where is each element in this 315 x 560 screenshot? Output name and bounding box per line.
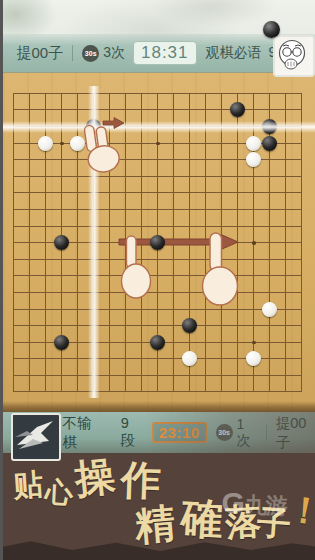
board-cell-N4[interactable] [198, 135, 214, 152]
board-cell-H17[interactable] [118, 351, 134, 368]
board-cell-S12[interactable] [278, 268, 294, 285]
board-cell-H2[interactable] [118, 102, 134, 119]
board-cell-E1[interactable] [70, 85, 86, 102]
board-cell-A4[interactable] [6, 135, 22, 152]
board-cell-D3[interactable] [54, 118, 70, 135]
board-cell-Q5[interactable] [246, 151, 262, 168]
board-cell-M14[interactable] [182, 301, 198, 318]
board-cell-Q9[interactable] [246, 218, 262, 235]
board-cell-K19[interactable] [150, 384, 166, 401]
board-cell-C12[interactable] [38, 268, 54, 285]
board-cell-K1[interactable] [150, 85, 166, 102]
board-cell-F16[interactable] [86, 334, 102, 351]
board-cell-J15[interactable] [134, 317, 150, 334]
board-cell-B16[interactable] [22, 334, 38, 351]
board-cell-O12[interactable] [214, 268, 230, 285]
board-cell-G4[interactable] [102, 135, 118, 152]
board-cell-D9[interactable] [54, 218, 70, 235]
board-cell-P14[interactable] [230, 301, 246, 318]
board-cell-B14[interactable] [22, 301, 38, 318]
board-cell-B3[interactable] [22, 118, 38, 135]
board-cell-K4[interactable] [150, 135, 166, 152]
board-cell-K16[interactable] [150, 334, 166, 351]
board-cell-N15[interactable] [198, 317, 214, 334]
board-cell-C14[interactable] [38, 301, 54, 318]
board-cell-K2[interactable] [150, 102, 166, 119]
board-cell-Q2[interactable] [246, 102, 262, 119]
board-cell-G6[interactable] [102, 168, 118, 185]
board-cell-R9[interactable] [262, 218, 278, 235]
board-cell-O9[interactable] [214, 218, 230, 235]
board-cell-R18[interactable] [262, 367, 278, 384]
board-cell-H1[interactable] [118, 85, 134, 102]
board-cell-M11[interactable] [182, 251, 198, 268]
board-cell-R7[interactable] [262, 185, 278, 202]
board-cell-N2[interactable] [198, 102, 214, 119]
board-cell-E9[interactable] [70, 218, 86, 235]
board-cell-E7[interactable] [70, 185, 86, 202]
board-cell-C7[interactable] [38, 185, 54, 202]
board-cell-G17[interactable] [102, 351, 118, 368]
board-cell-L7[interactable] [166, 185, 182, 202]
board-cell-L14[interactable] [166, 301, 182, 318]
board-cell-H9[interactable] [118, 218, 134, 235]
board-cell-T5[interactable] [294, 151, 310, 168]
board-cell-P18[interactable] [230, 367, 246, 384]
board-cell-R3[interactable] [262, 118, 278, 135]
board-cell-S1[interactable] [278, 85, 294, 102]
board-cell-N19[interactable] [198, 384, 214, 401]
board-cell-L12[interactable] [166, 268, 182, 285]
board-cell-K6[interactable] [150, 168, 166, 185]
board-cell-R13[interactable] [262, 284, 278, 301]
board-cell-Q13[interactable] [246, 284, 262, 301]
board-cell-L16[interactable] [166, 334, 182, 351]
board-cell-P9[interactable] [230, 218, 246, 235]
board-cell-G2[interactable] [102, 102, 118, 119]
board-cell-A8[interactable] [6, 201, 22, 218]
board-cell-S13[interactable] [278, 284, 294, 301]
board-cell-F19[interactable] [86, 384, 102, 401]
board-cell-H12[interactable] [118, 268, 134, 285]
board-cell-G5[interactable] [102, 151, 118, 168]
board-cell-H13[interactable] [118, 284, 134, 301]
board-cell-B15[interactable] [22, 317, 38, 334]
board-cell-O11[interactable] [214, 251, 230, 268]
board-cell-A16[interactable] [6, 334, 22, 351]
board-cell-G11[interactable] [102, 251, 118, 268]
board-cell-S4[interactable] [278, 135, 294, 152]
board-cell-Q1[interactable] [246, 85, 262, 102]
board-cell-G12[interactable] [102, 268, 118, 285]
board-cell-O16[interactable] [214, 334, 230, 351]
board-cell-K10[interactable] [150, 234, 166, 251]
board-cell-E17[interactable] [70, 351, 86, 368]
board-cell-F1[interactable] [86, 85, 102, 102]
board-cell-E13[interactable] [70, 284, 86, 301]
board-cell-F18[interactable] [86, 367, 102, 384]
board-cell-H19[interactable] [118, 384, 134, 401]
board-cell-C9[interactable] [38, 218, 54, 235]
board-cell-N5[interactable] [198, 151, 214, 168]
board-cell-E12[interactable] [70, 268, 86, 285]
board-cell-N18[interactable] [198, 367, 214, 384]
board-cell-O4[interactable] [214, 135, 230, 152]
board-cell-S3[interactable] [278, 118, 294, 135]
board-cell-M1[interactable] [182, 85, 198, 102]
board-cell-J5[interactable] [134, 151, 150, 168]
board-cell-K12[interactable] [150, 268, 166, 285]
board-cell-S17[interactable] [278, 351, 294, 368]
board-cell-B8[interactable] [22, 201, 38, 218]
board-cell-F9[interactable] [86, 218, 102, 235]
board-cell-E2[interactable] [70, 102, 86, 119]
board-cell-M13[interactable] [182, 284, 198, 301]
board-cell-F17[interactable] [86, 351, 102, 368]
board-cell-J2[interactable] [134, 102, 150, 119]
board-cell-E14[interactable] [70, 301, 86, 318]
board-cell-S8[interactable] [278, 201, 294, 218]
board-cell-S15[interactable] [278, 317, 294, 334]
board-cell-M8[interactable] [182, 201, 198, 218]
board-cell-O1[interactable] [214, 85, 230, 102]
board-cell-F7[interactable] [86, 185, 102, 202]
board-cell-D4[interactable] [54, 135, 70, 152]
board-cell-T6[interactable] [294, 168, 310, 185]
board-cell-E16[interactable] [70, 334, 86, 351]
board-cell-N13[interactable] [198, 284, 214, 301]
board-cell-A17[interactable] [6, 351, 22, 368]
board-cell-Q8[interactable] [246, 201, 262, 218]
board-cell-O3[interactable] [214, 118, 230, 135]
board-cell-A5[interactable] [6, 151, 22, 168]
board-cell-Q6[interactable] [246, 168, 262, 185]
board-cell-O2[interactable] [214, 102, 230, 119]
board-cell-B2[interactable] [22, 102, 38, 119]
board-cell-F12[interactable] [86, 268, 102, 285]
board-cell-B19[interactable] [22, 384, 38, 401]
board-cell-S14[interactable] [278, 301, 294, 318]
board-cell-H8[interactable] [118, 201, 134, 218]
board-cell-N1[interactable] [198, 85, 214, 102]
board-cell-T17[interactable] [294, 351, 310, 368]
board-cell-P3[interactable] [230, 118, 246, 135]
player-avatar[interactable] [11, 413, 61, 461]
board-cell-L3[interactable] [166, 118, 182, 135]
board-cell-H4[interactable] [118, 135, 134, 152]
board-cell-J3[interactable] [134, 118, 150, 135]
board-cell-A3[interactable] [6, 118, 22, 135]
board-cell-T14[interactable] [294, 301, 310, 318]
board-cell-L4[interactable] [166, 135, 182, 152]
board-cell-N10[interactable] [198, 234, 214, 251]
board-cell-G3[interactable] [102, 118, 118, 135]
board-cell-M4[interactable] [182, 135, 198, 152]
board-cell-H10[interactable] [118, 234, 134, 251]
board-cell-L2[interactable] [166, 102, 182, 119]
board-cell-H6[interactable] [118, 168, 134, 185]
board-cell-D16[interactable] [54, 334, 70, 351]
board-cell-D5[interactable] [54, 151, 70, 168]
board-cell-L10[interactable] [166, 234, 182, 251]
board-cell-J8[interactable] [134, 201, 150, 218]
board-cell-K13[interactable] [150, 284, 166, 301]
board-cell-R11[interactable] [262, 251, 278, 268]
board-cell-T18[interactable] [294, 367, 310, 384]
board-cell-R16[interactable] [262, 334, 278, 351]
board-cell-P15[interactable] [230, 317, 246, 334]
board-cell-F6[interactable] [86, 168, 102, 185]
board-cell-R10[interactable] [262, 234, 278, 251]
board-cell-L9[interactable] [166, 218, 182, 235]
board-cell-D19[interactable] [54, 384, 70, 401]
board-cell-P13[interactable] [230, 284, 246, 301]
board-cell-S10[interactable] [278, 234, 294, 251]
board-cell-C1[interactable] [38, 85, 54, 102]
board-cell-O15[interactable] [214, 317, 230, 334]
board-cell-N12[interactable] [198, 268, 214, 285]
board-cell-S19[interactable] [278, 384, 294, 401]
board-cell-T1[interactable] [294, 85, 310, 102]
board-cell-F4[interactable] [86, 135, 102, 152]
board-cell-J13[interactable] [134, 284, 150, 301]
board-cell-J1[interactable] [134, 85, 150, 102]
board-cell-B13[interactable] [22, 284, 38, 301]
board-cell-R5[interactable] [262, 151, 278, 168]
board-cell-C4[interactable] [38, 135, 54, 152]
board-cell-N17[interactable] [198, 351, 214, 368]
board-cell-B10[interactable] [22, 234, 38, 251]
board-cell-M18[interactable] [182, 367, 198, 384]
board-cell-K17[interactable] [150, 351, 166, 368]
board-cell-M3[interactable] [182, 118, 198, 135]
board-cell-G15[interactable] [102, 317, 118, 334]
board-cell-P10[interactable] [230, 234, 246, 251]
board-cell-K3[interactable] [150, 118, 166, 135]
board-cell-C8[interactable] [38, 201, 54, 218]
board-cell-Q7[interactable] [246, 185, 262, 202]
board-cell-D8[interactable] [54, 201, 70, 218]
board-cell-B5[interactable] [22, 151, 38, 168]
board-cell-P12[interactable] [230, 268, 246, 285]
board-cell-J9[interactable] [134, 218, 150, 235]
board-cell-B6[interactable] [22, 168, 38, 185]
board-cell-K15[interactable] [150, 317, 166, 334]
board-cell-C10[interactable] [38, 234, 54, 251]
board-cell-N11[interactable] [198, 251, 214, 268]
board-cell-H18[interactable] [118, 367, 134, 384]
board-cell-J18[interactable] [134, 367, 150, 384]
board-cell-O17[interactable] [214, 351, 230, 368]
board-cell-Q4[interactable] [246, 135, 262, 152]
board-cell-J19[interactable] [134, 384, 150, 401]
board-cell-L5[interactable] [166, 151, 182, 168]
board-cell-S2[interactable] [278, 102, 294, 119]
board-cell-Q18[interactable] [246, 367, 262, 384]
board-cell-M10[interactable] [182, 234, 198, 251]
board-cell-C18[interactable] [38, 367, 54, 384]
opponent-avatar[interactable] [273, 35, 315, 77]
board-cell-R2[interactable] [262, 102, 278, 119]
board-cell-S11[interactable] [278, 251, 294, 268]
board-cell-T15[interactable] [294, 317, 310, 334]
board-cell-Q16[interactable] [246, 334, 262, 351]
board-cell-S16[interactable] [278, 334, 294, 351]
board-cell-F8[interactable] [86, 201, 102, 218]
board-cell-M15[interactable] [182, 317, 198, 334]
board-cell-N3[interactable] [198, 118, 214, 135]
board-cell-F10[interactable] [86, 234, 102, 251]
board-cell-E3[interactable] [70, 118, 86, 135]
board-cell-Q15[interactable] [246, 317, 262, 334]
board-cell-E10[interactable] [70, 234, 86, 251]
board-cell-O7[interactable] [214, 185, 230, 202]
board-cell-K11[interactable] [150, 251, 166, 268]
board-cell-P8[interactable] [230, 201, 246, 218]
board-cell-F11[interactable] [86, 251, 102, 268]
board-cell-B12[interactable] [22, 268, 38, 285]
board-cell-M16[interactable] [182, 334, 198, 351]
board-cell-A12[interactable] [6, 268, 22, 285]
board-cell-O5[interactable] [214, 151, 230, 168]
board-cell-A19[interactable] [6, 384, 22, 401]
board-cell-F13[interactable] [86, 284, 102, 301]
board-cell-C6[interactable] [38, 168, 54, 185]
board-cell-J17[interactable] [134, 351, 150, 368]
board-cell-G7[interactable] [102, 185, 118, 202]
board-cell-B17[interactable] [22, 351, 38, 368]
board-cell-Q11[interactable] [246, 251, 262, 268]
board-cell-N9[interactable] [198, 218, 214, 235]
board-cell-L17[interactable] [166, 351, 182, 368]
board-cell-D15[interactable] [54, 317, 70, 334]
board-cell-B1[interactable] [22, 85, 38, 102]
board-cell-D2[interactable] [54, 102, 70, 119]
board-cell-F15[interactable] [86, 317, 102, 334]
board-cell-H3[interactable] [118, 118, 134, 135]
board-cell-L8[interactable] [166, 201, 182, 218]
board-cell-D17[interactable] [54, 351, 70, 368]
board-cell-R15[interactable] [262, 317, 278, 334]
board-cell-L15[interactable] [166, 317, 182, 334]
board-cell-T7[interactable] [294, 185, 310, 202]
board-cell-J6[interactable] [134, 168, 150, 185]
board-cell-L19[interactable] [166, 384, 182, 401]
board-cell-G10[interactable] [102, 234, 118, 251]
board-cell-R1[interactable] [262, 85, 278, 102]
board-cell-E11[interactable] [70, 251, 86, 268]
board-cell-C3[interactable] [38, 118, 54, 135]
board-cell-G18[interactable] [102, 367, 118, 384]
board-cell-C19[interactable] [38, 384, 54, 401]
board-cell-G8[interactable] [102, 201, 118, 218]
board-cell-E19[interactable] [70, 384, 86, 401]
board-cell-T4[interactable] [294, 135, 310, 152]
board-cell-L18[interactable] [166, 367, 182, 384]
board-cell-E6[interactable] [70, 168, 86, 185]
board-cell-S9[interactable] [278, 218, 294, 235]
board-cell-K14[interactable] [150, 301, 166, 318]
board-cell-Q3[interactable] [246, 118, 262, 135]
board-cell-Q14[interactable] [246, 301, 262, 318]
board-cell-R19[interactable] [262, 384, 278, 401]
board-cell-J14[interactable] [134, 301, 150, 318]
board-cell-D1[interactable] [54, 85, 70, 102]
board-cell-N8[interactable] [198, 201, 214, 218]
board-cell-L13[interactable] [166, 284, 182, 301]
board-cell-S7[interactable] [278, 185, 294, 202]
board-cell-C5[interactable] [38, 151, 54, 168]
board-cell-M9[interactable] [182, 218, 198, 235]
board-cell-G19[interactable] [102, 384, 118, 401]
board-cell-T3[interactable] [294, 118, 310, 135]
board-cell-F2[interactable] [86, 102, 102, 119]
board-cell-A9[interactable] [6, 218, 22, 235]
board-cell-D14[interactable] [54, 301, 70, 318]
board-cell-T11[interactable] [294, 251, 310, 268]
board-cell-J11[interactable] [134, 251, 150, 268]
board-cell-N14[interactable] [198, 301, 214, 318]
board-cell-M19[interactable] [182, 384, 198, 401]
board-cell-F3[interactable] [86, 118, 102, 135]
board-cell-A10[interactable] [6, 234, 22, 251]
board-cell-P11[interactable] [230, 251, 246, 268]
board-cell-J16[interactable] [134, 334, 150, 351]
board-cell-A2[interactable] [6, 102, 22, 119]
board-cell-J12[interactable] [134, 268, 150, 285]
board-cell-T13[interactable] [294, 284, 310, 301]
board-cell-T19[interactable] [294, 384, 310, 401]
board-cell-P4[interactable] [230, 135, 246, 152]
board-cell-A13[interactable] [6, 284, 22, 301]
board-cell-K9[interactable] [150, 218, 166, 235]
board-cell-H16[interactable] [118, 334, 134, 351]
board-cell-G9[interactable] [102, 218, 118, 235]
board-cell-N6[interactable] [198, 168, 214, 185]
board-cell-C2[interactable] [38, 102, 54, 119]
board-cell-L11[interactable] [166, 251, 182, 268]
board-cell-A7[interactable] [6, 185, 22, 202]
board-cell-L6[interactable] [166, 168, 182, 185]
board-cell-Q12[interactable] [246, 268, 262, 285]
board-cell-O8[interactable] [214, 201, 230, 218]
board-cell-K7[interactable] [150, 185, 166, 202]
board-cell-A6[interactable] [6, 168, 22, 185]
board-cell-J4[interactable] [134, 135, 150, 152]
board-cell-M17[interactable] [182, 351, 198, 368]
board-cell-J10[interactable] [134, 234, 150, 251]
board-cell-N16[interactable] [198, 334, 214, 351]
board-cell-P2[interactable] [230, 102, 246, 119]
board-cell-A14[interactable] [6, 301, 22, 318]
board-cell-H14[interactable] [118, 301, 134, 318]
board-cell-M2[interactable] [182, 102, 198, 119]
board-cell-B18[interactable] [22, 367, 38, 384]
board-cell-R17[interactable] [262, 351, 278, 368]
board-cell-D12[interactable] [54, 268, 70, 285]
board-cell-T8[interactable] [294, 201, 310, 218]
board-cell-C13[interactable] [38, 284, 54, 301]
board-cell-C16[interactable] [38, 334, 54, 351]
board-cell-A1[interactable] [6, 85, 22, 102]
board-cell-E5[interactable] [70, 151, 86, 168]
board-cell-R4[interactable] [262, 135, 278, 152]
board-cell-E4[interactable] [70, 135, 86, 152]
board-cell-D7[interactable] [54, 185, 70, 202]
board-cell-H7[interactable] [118, 185, 134, 202]
board-cell-Q19[interactable] [246, 384, 262, 401]
board-cell-P16[interactable] [230, 334, 246, 351]
